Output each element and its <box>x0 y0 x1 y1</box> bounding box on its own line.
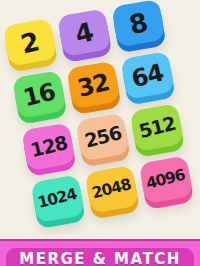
merge-and-match-button[interactable]: MERGE & MATCH <box>6 248 194 266</box>
tile-value: 512 <box>137 114 177 141</box>
tile-board: 248163264128256512102420484096 <box>3 0 193 223</box>
merge-and-match-screen: 248163264128256512102420484096 MERGE & M… <box>0 0 200 266</box>
tile-4[interactable]: 4 <box>57 8 111 57</box>
tile-2048[interactable]: 2048 <box>85 165 139 214</box>
tile-8[interactable]: 8 <box>111 0 165 48</box>
tile-1024[interactable]: 1024 <box>30 174 84 223</box>
tile-256[interactable]: 256 <box>75 113 129 162</box>
banner-label: MERGE & MATCH <box>19 250 180 266</box>
tile-value: 128 <box>28 133 68 160</box>
tile-4096[interactable]: 4096 <box>139 155 193 204</box>
tile-16[interactable]: 16 <box>12 70 66 119</box>
tile-128[interactable]: 128 <box>21 122 75 171</box>
tile-value: 2048 <box>91 177 133 202</box>
tile-value: 32 <box>75 69 111 100</box>
tile-value: 1024 <box>37 187 79 212</box>
tile-value: 64 <box>129 60 165 91</box>
tile-value: 2 <box>19 28 42 57</box>
tile-2[interactable]: 2 <box>3 18 57 67</box>
tile-value: 8 <box>127 8 150 37</box>
tile-32[interactable]: 32 <box>66 61 120 110</box>
tile-value: 4096 <box>145 167 187 192</box>
tile-64[interactable]: 64 <box>120 51 174 100</box>
tile-value: 256 <box>83 123 123 150</box>
tile-value: 4 <box>73 18 96 47</box>
tile-512[interactable]: 512 <box>130 103 184 152</box>
tile-value: 16 <box>21 79 57 110</box>
promo-banner: MERGE & MATCH <box>0 239 200 266</box>
